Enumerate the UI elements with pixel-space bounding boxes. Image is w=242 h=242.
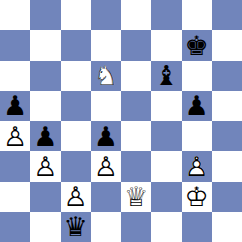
square-f8[interactable] <box>151 0 181 30</box>
square-g2[interactable]: ♚♔ <box>182 182 212 212</box>
square-h3[interactable] <box>212 151 242 181</box>
square-b6[interactable] <box>30 61 60 91</box>
black-king[interactable]: ♚ <box>182 30 212 60</box>
square-a4[interactable]: ♟♙ <box>0 121 30 151</box>
square-g1[interactable] <box>182 212 212 242</box>
white-pawn[interactable]: ♟♙ <box>61 182 91 212</box>
square-g4[interactable] <box>182 121 212 151</box>
square-e1[interactable] <box>121 212 151 242</box>
square-f6[interactable]: ♝ <box>151 61 181 91</box>
black-pawn[interactable]: ♟ <box>30 121 60 151</box>
square-e8[interactable] <box>121 0 151 30</box>
square-d3[interactable]: ♟♙ <box>91 151 121 181</box>
square-a2[interactable] <box>0 182 30 212</box>
white-pawn[interactable]: ♟♙ <box>91 151 121 181</box>
square-b1[interactable] <box>30 212 60 242</box>
square-e7[interactable] <box>121 30 151 60</box>
square-d4[interactable]: ♟ <box>91 121 121 151</box>
square-c2[interactable]: ♟♙ <box>61 182 91 212</box>
square-c8[interactable] <box>61 0 91 30</box>
square-f5[interactable] <box>151 91 181 121</box>
square-g7[interactable]: ♚ <box>182 30 212 60</box>
square-d7[interactable] <box>91 30 121 60</box>
square-e4[interactable] <box>121 121 151 151</box>
square-b2[interactable] <box>30 182 60 212</box>
white-pawn[interactable]: ♟♙ <box>182 151 212 181</box>
square-g8[interactable] <box>182 0 212 30</box>
square-f3[interactable] <box>151 151 181 181</box>
black-bishop[interactable]: ♝ <box>151 61 181 91</box>
square-a1[interactable] <box>0 212 30 242</box>
square-c1[interactable]: ♛ <box>61 212 91 242</box>
square-d8[interactable] <box>91 0 121 30</box>
black-pawn[interactable]: ♟ <box>0 91 30 121</box>
square-e2[interactable]: ♛♕ <box>121 182 151 212</box>
square-a3[interactable] <box>0 151 30 181</box>
black-pawn[interactable]: ♟ <box>182 91 212 121</box>
square-a5[interactable]: ♟ <box>0 91 30 121</box>
square-d1[interactable] <box>91 212 121 242</box>
square-e6[interactable] <box>121 61 151 91</box>
square-g3[interactable]: ♟♙ <box>182 151 212 181</box>
square-h1[interactable] <box>212 212 242 242</box>
black-queen[interactable]: ♛ <box>61 212 91 242</box>
square-h2[interactable] <box>212 182 242 212</box>
square-c6[interactable] <box>61 61 91 91</box>
square-e3[interactable] <box>121 151 151 181</box>
square-h5[interactable] <box>212 91 242 121</box>
square-h4[interactable] <box>212 121 242 151</box>
white-knight[interactable]: ♞♘ <box>91 61 121 91</box>
square-h6[interactable] <box>212 61 242 91</box>
square-h8[interactable] <box>212 0 242 30</box>
square-d2[interactable] <box>91 182 121 212</box>
white-queen[interactable]: ♛♕ <box>121 182 151 212</box>
square-b7[interactable] <box>30 30 60 60</box>
square-d5[interactable] <box>91 91 121 121</box>
white-pawn[interactable]: ♟♙ <box>30 151 60 181</box>
square-g5[interactable]: ♟ <box>182 91 212 121</box>
square-a7[interactable] <box>0 30 30 60</box>
white-king[interactable]: ♚♔ <box>182 182 212 212</box>
square-f4[interactable] <box>151 121 181 151</box>
square-f1[interactable] <box>151 212 181 242</box>
square-c4[interactable] <box>61 121 91 151</box>
square-e5[interactable] <box>121 91 151 121</box>
black-pawn[interactable]: ♟ <box>91 121 121 151</box>
square-d6[interactable]: ♞♘ <box>91 61 121 91</box>
square-a8[interactable] <box>0 0 30 30</box>
square-b3[interactable]: ♟♙ <box>30 151 60 181</box>
square-c5[interactable] <box>61 91 91 121</box>
square-g6[interactable] <box>182 61 212 91</box>
square-f2[interactable] <box>151 182 181 212</box>
square-f7[interactable] <box>151 30 181 60</box>
square-b5[interactable] <box>30 91 60 121</box>
square-b4[interactable]: ♟ <box>30 121 60 151</box>
square-h7[interactable] <box>212 30 242 60</box>
square-a6[interactable] <box>0 61 30 91</box>
chess-board: ♚♞♘♝♟♟♟♙♟♟♟♙♟♙♟♙♟♙♛♕♚♔♛ <box>0 0 242 242</box>
white-pawn[interactable]: ♟♙ <box>0 121 30 151</box>
square-c7[interactable] <box>61 30 91 60</box>
square-c3[interactable] <box>61 151 91 181</box>
square-b8[interactable] <box>30 0 60 30</box>
